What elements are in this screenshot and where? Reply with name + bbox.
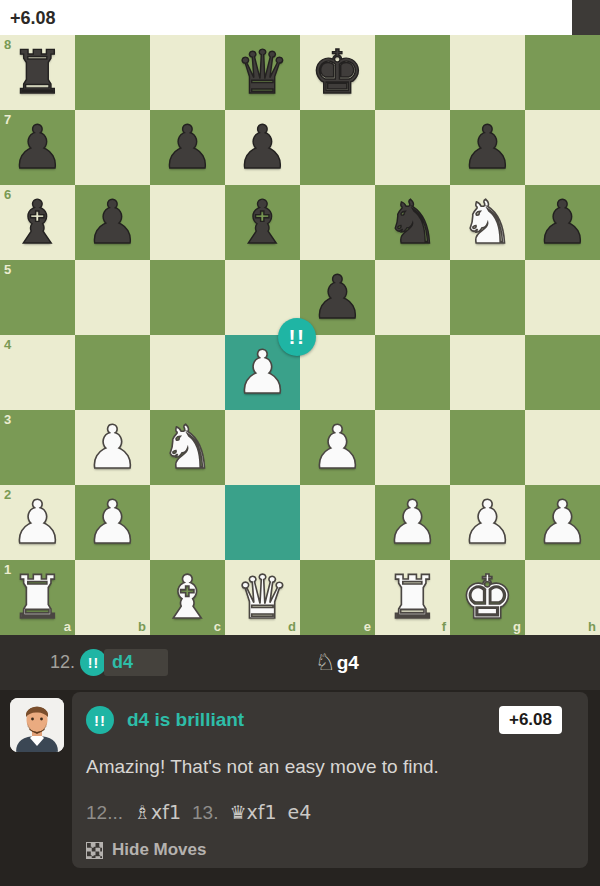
file-label-c: c	[214, 619, 221, 634]
chess-board[interactable]: 8♜♛♚7♟♟♟♟6♝♟♝♞♞♟5♟4♟3♟♞♟2♟♟♟♟♟1a♜bc♝d♛ef…	[0, 35, 600, 635]
piece-black-bishop: ♝	[0, 185, 75, 260]
piece-white-queen: ♛	[225, 560, 300, 635]
square-c2[interactable]	[150, 485, 225, 560]
square-h3[interactable]	[525, 410, 600, 485]
square-c6[interactable]	[150, 185, 225, 260]
square-f3[interactable]	[375, 410, 450, 485]
piece-white-pawn: ♟	[0, 485, 75, 560]
square-a8[interactable]: 8♜	[0, 35, 75, 110]
square-f6[interactable]: ♞	[375, 185, 450, 260]
square-g7[interactable]: ♟	[450, 110, 525, 185]
variation-line: 12... ♗xf1 13. ♛xf1 e4	[86, 801, 311, 824]
analysis-comment-panel: !! d4 is brilliant +6.08 Amazing! That's…	[0, 690, 600, 886]
evaluation-bar: +6.08	[0, 0, 600, 35]
piece-white-rook: ♜	[375, 560, 450, 635]
square-f2[interactable]: ♟	[375, 485, 450, 560]
square-g6[interactable]: ♞	[450, 185, 525, 260]
piece-black-pawn: ♟	[450, 110, 525, 185]
square-f8[interactable]	[375, 35, 450, 110]
square-d8[interactable]: ♛	[225, 35, 300, 110]
checkerboard-icon	[86, 842, 103, 859]
piece-black-pawn: ♟	[525, 185, 600, 260]
comment-card: !! d4 is brilliant +6.08 Amazing! That's…	[72, 692, 588, 868]
square-b8[interactable]	[75, 35, 150, 110]
square-c3[interactable]: ♞	[150, 410, 225, 485]
coach-avatar-illustration	[10, 698, 64, 752]
square-h4[interactable]	[525, 335, 600, 410]
square-f1[interactable]: f♜	[375, 560, 450, 635]
file-label-b: b	[138, 619, 146, 634]
square-g2[interactable]: ♟	[450, 485, 525, 560]
variation-move-number: 13.	[192, 802, 218, 824]
rank-label-2: 2	[4, 487, 11, 502]
move-list-bar: 12. !! d4 ♘g4	[0, 635, 600, 690]
square-b4[interactable]	[75, 335, 150, 410]
square-c5[interactable]	[150, 260, 225, 335]
file-label-f: f	[442, 619, 446, 634]
piece-black-pawn: ♟	[0, 110, 75, 185]
file-label-d: d	[288, 619, 296, 634]
variation-move-number: 12...	[86, 802, 123, 824]
piece-black-queen: ♛	[225, 35, 300, 110]
piece-white-knight: ♞	[150, 410, 225, 485]
comment-header: !! d4 is brilliant +6.08	[86, 705, 574, 735]
square-a5[interactable]: 5	[0, 260, 75, 335]
eval-badge: +6.08	[499, 706, 562, 734]
square-g5[interactable]	[450, 260, 525, 335]
square-d3[interactable]	[225, 410, 300, 485]
piece-black-pawn: ♟	[75, 185, 150, 260]
square-e1[interactable]: e	[300, 560, 375, 635]
square-c7[interactable]: ♟	[150, 110, 225, 185]
file-label-e: e	[364, 619, 371, 634]
file-label-g: g	[513, 619, 521, 634]
piece-white-king: ♚	[450, 560, 525, 635]
variation-move: ♛xf1	[229, 801, 276, 823]
piece-white-knight: ♞	[450, 185, 525, 260]
black-move-label: g4	[337, 635, 359, 690]
square-g3[interactable]	[450, 410, 525, 485]
rank-label-4: 4	[4, 337, 11, 352]
square-b2[interactable]: ♟	[75, 485, 150, 560]
square-h8[interactable]	[525, 35, 600, 110]
square-c4[interactable]	[150, 335, 225, 410]
square-a4[interactable]: 4	[0, 335, 75, 410]
square-e2[interactable]	[300, 485, 375, 560]
piece-white-rook: ♜	[0, 560, 75, 635]
square-h7[interactable]	[525, 110, 600, 185]
square-a1[interactable]: 1a♜	[0, 560, 75, 635]
square-e7[interactable]	[300, 110, 375, 185]
evaluation-score: +6.08	[10, 7, 56, 28]
piece-black-bishop: ♝	[225, 185, 300, 260]
rank-label-8: 8	[4, 37, 11, 52]
square-c8[interactable]	[150, 35, 225, 110]
file-label-h: h	[588, 619, 596, 634]
square-a6[interactable]: 6♝	[0, 185, 75, 260]
piece-white-bishop: ♝	[150, 560, 225, 635]
evaluation-bar-black-segment	[572, 0, 600, 35]
piece-white-pawn: ♟	[525, 485, 600, 560]
piece-black-pawn: ♟	[150, 110, 225, 185]
square-d2[interactable]	[225, 485, 300, 560]
square-e3[interactable]: ♟	[300, 410, 375, 485]
piece-black-knight: ♞	[375, 185, 450, 260]
piece-black-king: ♚	[300, 35, 375, 110]
square-h5[interactable]	[525, 260, 600, 335]
square-d1[interactable]: d♛	[225, 560, 300, 635]
hide-moves-label: Hide Moves	[112, 840, 206, 860]
square-e8[interactable]: ♚	[300, 35, 375, 110]
variation-move: e4	[288, 801, 312, 823]
piece-black-rook: ♜	[0, 35, 75, 110]
piece-white-pawn: ♟	[450, 485, 525, 560]
square-g4[interactable]	[450, 335, 525, 410]
white-move-selected[interactable]: d4	[104, 649, 168, 676]
piece-white-pawn: ♟	[75, 485, 150, 560]
square-h1[interactable]: h	[525, 560, 600, 635]
square-d6[interactable]: ♝	[225, 185, 300, 260]
square-f5[interactable]	[375, 260, 450, 335]
comment-text: Amazing! That's not an easy move to find…	[86, 756, 574, 778]
brilliant-badge-on-board: !!	[278, 318, 316, 356]
piece-black-pawn: ♟	[225, 110, 300, 185]
rank-label-3: 3	[4, 412, 11, 427]
square-a7[interactable]: 7♟	[0, 110, 75, 185]
comment-title: d4 is brilliant	[127, 709, 244, 731]
black-move[interactable]: ♘g4	[315, 635, 359, 690]
square-b7[interactable]	[75, 110, 150, 185]
piece-white-pawn: ♟	[300, 410, 375, 485]
coach-avatar	[10, 698, 64, 752]
move-number: 12.	[50, 635, 75, 690]
brilliant-move-icon: !!	[80, 649, 107, 676]
brilliant-badge-icon: !!	[86, 706, 114, 734]
square-h6[interactable]: ♟	[525, 185, 600, 260]
square-g1[interactable]: g♚	[450, 560, 525, 635]
square-b6[interactable]: ♟	[75, 185, 150, 260]
square-h2[interactable]: ♟	[525, 485, 600, 560]
file-label-a: a	[64, 619, 71, 634]
square-b1[interactable]: b	[75, 560, 150, 635]
square-e6[interactable]	[300, 185, 375, 260]
square-b5[interactable]	[75, 260, 150, 335]
rank-label-6: 6	[4, 187, 11, 202]
square-f4[interactable]	[375, 335, 450, 410]
square-c1[interactable]: c♝	[150, 560, 225, 635]
hide-moves-button[interactable]: Hide Moves	[86, 840, 206, 860]
square-f7[interactable]	[375, 110, 450, 185]
rank-label-5: 5	[4, 262, 11, 277]
piece-white-pawn: ♟	[375, 485, 450, 560]
piece-white-pawn: ♟	[75, 410, 150, 485]
square-b3[interactable]: ♟	[75, 410, 150, 485]
rank-label-7: 7	[4, 112, 11, 127]
variation-move: ♗xf1	[134, 801, 181, 823]
square-a2[interactable]: 2♟	[0, 485, 75, 560]
square-d7[interactable]: ♟	[225, 110, 300, 185]
square-a3[interactable]: 3	[0, 410, 75, 485]
rank-label-1: 1	[4, 562, 11, 577]
square-g8[interactable]	[450, 35, 525, 110]
knight-figurine-icon: ♘	[315, 635, 336, 690]
